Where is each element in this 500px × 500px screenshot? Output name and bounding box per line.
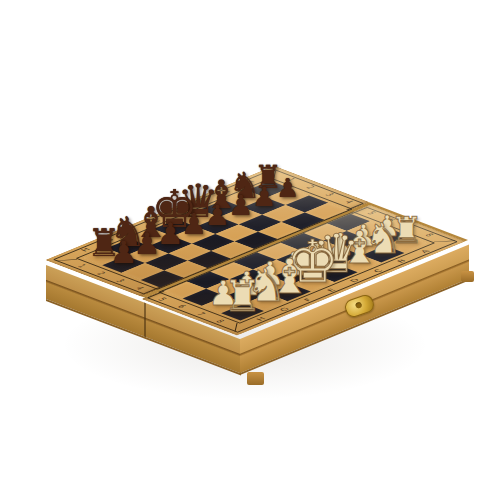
box-foot-front <box>247 372 264 385</box>
box-foot-right <box>461 271 474 282</box>
box-fold-seam <box>144 302 146 337</box>
clasp-pin-icon <box>355 301 363 309</box>
product-photo-scene: 11223344ABCDEFGH 55667788ABCDEFGH ♜♞♝♛♚♝… <box>0 0 500 500</box>
